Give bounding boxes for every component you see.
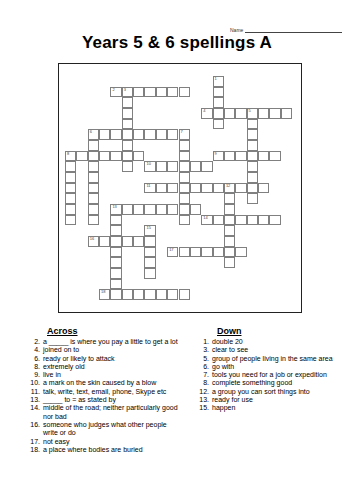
down-clue: 1.double 20 xyxy=(196,338,342,346)
crossword-cell[interactable] xyxy=(156,129,167,140)
crossword-cell[interactable] xyxy=(179,87,190,98)
crossword-cell[interactable] xyxy=(167,289,178,300)
down-clue: 5.group of people living in the same are… xyxy=(196,355,342,363)
crossword-cell[interactable] xyxy=(235,151,246,162)
crossword-cell[interactable] xyxy=(247,151,258,162)
down-clue-list: 1.double 203.clear to see5.group of peop… xyxy=(196,338,342,413)
crossword-cell[interactable] xyxy=(122,97,133,108)
clue-text: extremely old xyxy=(43,363,179,371)
crossword-cell[interactable] xyxy=(122,204,133,215)
clue-number: 18 xyxy=(101,290,105,294)
crossword-cell[interactable] xyxy=(144,204,155,215)
crossword-cell[interactable] xyxy=(235,183,246,194)
across-clue: 2.a _____ is where you pay a little to g… xyxy=(27,338,179,346)
crossword-cell[interactable] xyxy=(65,161,76,172)
crossword-cell[interactable] xyxy=(88,151,99,162)
crossword-cell[interactable] xyxy=(122,108,133,119)
crossword-cell[interactable] xyxy=(213,247,224,258)
crossword-cell[interactable]: 7 xyxy=(179,129,190,140)
crossword-cell[interactable] xyxy=(269,108,280,119)
across-clue: 11.talk, write, text, email, phone, Skyp… xyxy=(27,388,179,396)
across-clue: 16.someone who judges what other people … xyxy=(27,421,179,438)
crossword-cell[interactable] xyxy=(110,129,121,140)
clue-number: 16 xyxy=(90,237,94,241)
crossword-cell[interactable] xyxy=(122,236,133,247)
clue-list-number: 13. xyxy=(196,396,209,404)
crossword-cell[interactable] xyxy=(224,193,235,204)
crossword-cell[interactable] xyxy=(224,236,235,247)
crossword-cell[interactable] xyxy=(213,108,224,119)
crossword-cell[interactable]: 14 xyxy=(201,215,212,226)
crossword-cell[interactable] xyxy=(110,257,121,268)
crossword-cell[interactable] xyxy=(224,215,235,226)
crossword-cell[interactable]: 16 xyxy=(88,236,99,247)
crossword-cell[interactable] xyxy=(133,151,144,162)
name-blank-line xyxy=(245,26,342,33)
across-clue: 6.ready or likely to attack xyxy=(27,355,179,363)
clue-list-number: 12. xyxy=(196,388,209,396)
crossword-cell[interactable] xyxy=(247,193,258,204)
crossword-cell[interactable] xyxy=(190,183,201,194)
clue-number: 2 xyxy=(112,88,114,92)
clue-number: 3 xyxy=(124,88,126,92)
crossword-cell[interactable] xyxy=(133,204,144,215)
crossword-cell[interactable] xyxy=(65,204,76,215)
crossword-cell[interactable] xyxy=(167,87,178,98)
crossword-cell[interactable] xyxy=(247,183,258,194)
across-heading: Across xyxy=(47,326,78,336)
down-clue: 15.happen xyxy=(196,404,342,412)
down-clue: 12.a group you can sort things into xyxy=(196,388,342,396)
crossword-cell[interactable] xyxy=(247,140,258,151)
clue-text: a place where bodies are buried xyxy=(43,446,179,454)
clue-list-number: 13. xyxy=(27,396,40,404)
crossword-cell[interactable] xyxy=(110,268,121,279)
crossword-cell[interactable] xyxy=(179,247,190,258)
clue-text: happen xyxy=(212,404,342,412)
clue-text: someone who judges what other people wri… xyxy=(43,421,179,438)
crossword-cell[interactable] xyxy=(144,129,155,140)
crossword-cell[interactable] xyxy=(247,129,258,140)
clue-list-number: 1. xyxy=(196,338,209,346)
crossword-cell[interactable] xyxy=(179,289,190,300)
crossword-cell[interactable] xyxy=(247,119,258,130)
clue-number: 1 xyxy=(215,77,217,81)
clue-text: complete something good xyxy=(212,379,342,387)
crossword-cell[interactable] xyxy=(110,236,121,247)
crossword-cell[interactable]: 12 xyxy=(224,183,235,194)
crossword-cell[interactable] xyxy=(213,215,224,226)
crossword-cell[interactable] xyxy=(179,172,190,183)
clue-list-number: 11. xyxy=(27,388,40,396)
clue-number: 8 xyxy=(67,152,69,156)
crossword-cell[interactable] xyxy=(281,108,292,119)
crossword-cell[interactable] xyxy=(122,140,133,151)
crossword-cell[interactable] xyxy=(144,247,155,258)
crossword-cell[interactable] xyxy=(190,247,201,258)
crossword-cell[interactable] xyxy=(167,129,178,140)
crossword-cell[interactable] xyxy=(224,225,235,236)
crossword-cell[interactable] xyxy=(65,183,76,194)
down-clue: 8.complete something good xyxy=(196,379,342,387)
crossword-cell[interactable]: 17 xyxy=(167,247,178,258)
clue-list-number: 6. xyxy=(27,355,40,363)
clue-number: 6 xyxy=(90,130,92,134)
crossword-cell[interactable] xyxy=(144,236,155,247)
crossword-cell[interactable]: 5 xyxy=(247,108,258,119)
clue-list-number: 8. xyxy=(196,379,209,387)
clue-text: clear to see xyxy=(212,346,342,354)
crossword-cell[interactable] xyxy=(99,236,110,247)
crossword-cell[interactable] xyxy=(110,289,121,300)
across-clue: 17.not easy xyxy=(27,438,179,446)
crossword-cell[interactable] xyxy=(133,289,144,300)
clue-list-number: 8. xyxy=(27,363,40,371)
clue-text: not easy xyxy=(43,438,179,446)
crossword-cell[interactable] xyxy=(110,151,121,162)
crossword-cell[interactable] xyxy=(258,183,269,194)
crossword-cell[interactable] xyxy=(88,193,99,204)
crossword-cell[interactable] xyxy=(167,161,178,172)
crossword-cell[interactable] xyxy=(65,193,76,204)
down-clue: 7.tools you need for a job or expedition xyxy=(196,371,342,379)
crossword-cell[interactable]: 13 xyxy=(110,204,121,215)
across-clue: 9.live in xyxy=(27,371,179,379)
clue-number: 5 xyxy=(249,109,251,113)
crossword-cell[interactable] xyxy=(190,161,201,172)
crossword-cell[interactable] xyxy=(144,87,155,98)
clue-number: 12 xyxy=(226,184,230,188)
down-clue: 3.clear to see xyxy=(196,346,342,354)
clue-number: 4 xyxy=(203,109,205,113)
crossword-cell[interactable] xyxy=(224,257,235,268)
clue-list-number: 4. xyxy=(27,346,40,354)
across-clue: 8.extremely old xyxy=(27,363,179,371)
crossword-cell[interactable]: 1 xyxy=(213,76,224,87)
crossword-cell[interactable] xyxy=(201,247,212,258)
crossword-cell[interactable] xyxy=(88,215,99,226)
clue-text: ready or likely to attack xyxy=(43,355,179,363)
crossword-cell[interactable] xyxy=(156,289,167,300)
across-clue: 10.a mark on the skin caused by a blow xyxy=(27,379,179,387)
crossword-cell[interactable] xyxy=(65,215,76,226)
crossword-cell[interactable] xyxy=(144,257,155,268)
clue-list-number: 17. xyxy=(27,438,40,446)
clue-list-number: 2. xyxy=(27,338,40,346)
clue-text: double 20 xyxy=(212,338,342,346)
across-clue-list: 2.a _____ is where you pay a little to g… xyxy=(27,338,179,454)
clue-list-number: 5. xyxy=(196,355,209,363)
clue-number: 10 xyxy=(146,162,150,166)
clue-number: 11 xyxy=(146,184,150,188)
crossword-cell[interactable] xyxy=(247,215,258,226)
clue-text: middle of the road; neither particularly… xyxy=(43,404,179,421)
crossword-cell[interactable]: 6 xyxy=(88,129,99,140)
crossword-cell[interactable] xyxy=(179,161,190,172)
clue-text: go with xyxy=(212,363,342,371)
clue-list-number: 16. xyxy=(27,421,40,438)
crossword-grid: 123456789101112131415161718 xyxy=(58,63,302,313)
clue-text: a group you can sort things into xyxy=(212,388,342,396)
crossword-cell[interactable] xyxy=(110,225,121,236)
crossword-cell[interactable]: 9 xyxy=(213,151,224,162)
crossword-cell[interactable] xyxy=(235,247,246,258)
crossword-cell[interactable] xyxy=(179,183,190,194)
clue-number: 15 xyxy=(146,226,150,230)
crossword-cell[interactable] xyxy=(156,204,167,215)
down-heading: Down xyxy=(217,326,242,336)
crossword-cell[interactable] xyxy=(235,215,246,226)
clue-list-number: 3. xyxy=(196,346,209,354)
crossword-cell[interactable] xyxy=(110,279,121,290)
down-clue: 13.ready for use xyxy=(196,396,342,404)
clue-text: a _____ is where you pay a little to get… xyxy=(43,338,179,346)
crossword-cell[interactable] xyxy=(224,247,235,258)
clue-text: joined on to xyxy=(43,346,179,354)
crossword-cell[interactable]: 15 xyxy=(144,225,155,236)
crossword-cell[interactable] xyxy=(88,172,99,183)
clue-list-number: 18. xyxy=(27,446,40,454)
crossword-cell[interactable] xyxy=(179,140,190,151)
crossword-cell[interactable] xyxy=(269,215,280,226)
crossword-cell[interactable]: 18 xyxy=(99,289,110,300)
crossword-cell[interactable] xyxy=(88,183,99,194)
clue-text: a mark on the skin caused by a blow xyxy=(43,379,179,387)
crossword-cell[interactable] xyxy=(110,215,121,226)
crossword-cell[interactable] xyxy=(99,129,110,140)
crossword-cell[interactable] xyxy=(144,268,155,279)
clue-list-number: 9. xyxy=(27,371,40,379)
crossword-cell[interactable] xyxy=(258,151,269,162)
crossword-cell[interactable] xyxy=(88,161,99,172)
clue-text: group of people living in the same area xyxy=(212,355,342,363)
crossword-cell[interactable] xyxy=(133,87,144,98)
crossword-cell[interactable] xyxy=(156,87,167,98)
crossword-cell[interactable] xyxy=(133,129,144,140)
clue-number: 17 xyxy=(169,248,173,252)
crossword-cell[interactable] xyxy=(201,183,212,194)
crossword-cell[interactable] xyxy=(156,183,167,194)
crossword-cell[interactable] xyxy=(224,204,235,215)
crossword-cell[interactable]: 11 xyxy=(144,183,155,194)
crossword-cell[interactable] xyxy=(167,204,178,215)
crossword-cell[interactable]: 4 xyxy=(201,108,212,119)
crossword-cell[interactable]: 10 xyxy=(144,161,155,172)
crossword-cell[interactable] xyxy=(122,129,133,140)
clue-text: tools you need for a job or expedition xyxy=(212,371,342,379)
crossword-cell[interactable] xyxy=(224,108,235,119)
crossword-cell[interactable] xyxy=(88,204,99,215)
crossword-cell[interactable] xyxy=(65,172,76,183)
crossword-cell[interactable] xyxy=(213,119,224,130)
crossword-cell[interactable]: 3 xyxy=(122,87,133,98)
crossword-cell[interactable] xyxy=(269,151,280,162)
crossword-cell[interactable] xyxy=(179,193,190,204)
crossword-cell[interactable] xyxy=(258,215,269,226)
across-clue: 14.middle of the road; neither particula… xyxy=(27,404,179,421)
crossword-cell[interactable] xyxy=(133,236,144,247)
clue-list-number: 7. xyxy=(196,371,209,379)
crossword-cell[interactable] xyxy=(99,151,110,162)
clue-list-number: 15. xyxy=(196,404,209,412)
crossword-cell[interactable] xyxy=(144,289,155,300)
crossword-cell[interactable] xyxy=(247,172,258,183)
crossword-cell[interactable] xyxy=(213,97,224,108)
clue-text: _____ to = as stated by xyxy=(43,396,179,404)
across-clue: 13._____ to = as stated by xyxy=(27,396,179,404)
crossword-cell[interactable] xyxy=(122,119,133,130)
clue-text: live in xyxy=(43,371,179,379)
crossword-cell[interactable] xyxy=(179,215,190,226)
crossword-cell[interactable] xyxy=(88,140,99,151)
clue-number: 9 xyxy=(215,152,217,156)
crossword-cell[interactable] xyxy=(224,151,235,162)
clue-list-number: 14. xyxy=(27,404,40,421)
crossword-cell[interactable] xyxy=(122,161,133,172)
clue-number: 14 xyxy=(203,216,207,220)
clue-number: 7 xyxy=(181,130,183,134)
crossword-cell[interactable] xyxy=(179,204,190,215)
clue-list-number: 6. xyxy=(196,363,209,371)
crossword-cell[interactable] xyxy=(258,108,269,119)
crossword-cell[interactable] xyxy=(122,289,133,300)
crossword-cell[interactable] xyxy=(190,204,201,215)
crossword-cell[interactable] xyxy=(235,108,246,119)
clue-text: talk, write, text, email, phone, Skype e… xyxy=(43,388,179,396)
crossword-cell[interactable] xyxy=(122,151,133,162)
across-clue: 4.joined on to xyxy=(27,346,179,354)
crossword-cell[interactable] xyxy=(213,87,224,98)
crossword-cell[interactable] xyxy=(179,151,190,162)
name-line: Name xyxy=(230,26,342,33)
crossword-cell[interactable] xyxy=(110,247,121,258)
across-clue: 18.a place where bodies are buried xyxy=(27,446,179,454)
crossword-cell[interactable] xyxy=(247,161,258,172)
page-title: Years 5 & 6 spellings A xyxy=(0,33,354,53)
clue-text: ready for use xyxy=(212,396,342,404)
crossword-cell[interactable]: 8 xyxy=(65,151,76,162)
crossword-cell[interactable]: 2 xyxy=(110,87,121,98)
clue-list-number: 10. xyxy=(27,379,40,387)
clue-number: 13 xyxy=(112,205,116,209)
crossword-cell[interactable] xyxy=(76,151,87,162)
crossword-cell[interactable] xyxy=(201,161,212,172)
crossword-cell[interactable] xyxy=(167,183,178,194)
down-clue: 6.go with xyxy=(196,363,342,371)
crossword-cell[interactable] xyxy=(213,183,224,194)
crossword-cell[interactable] xyxy=(156,161,167,172)
